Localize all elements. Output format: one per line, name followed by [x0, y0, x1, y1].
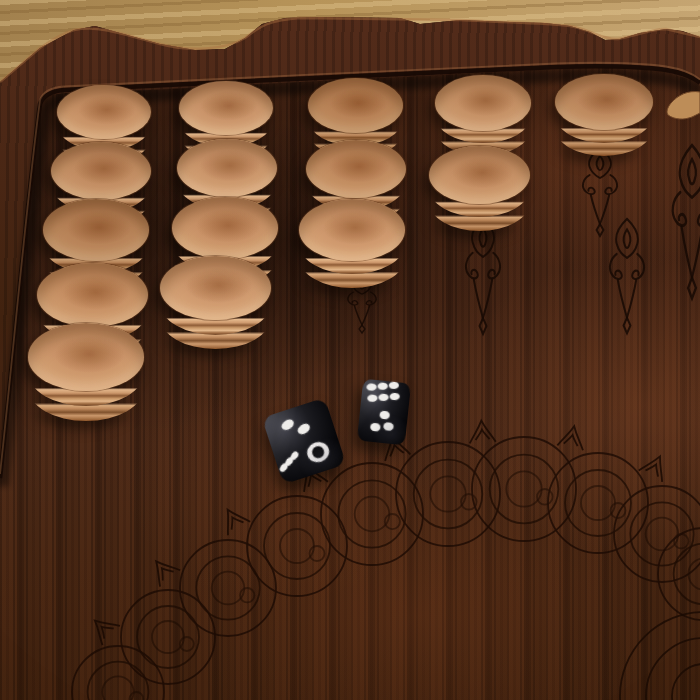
die-pip	[390, 392, 400, 399]
die-pip	[380, 410, 390, 419]
die-pip	[295, 421, 311, 436]
backgammon-photo-stage	[0, 0, 700, 700]
die-pip	[367, 394, 377, 401]
die-pip	[383, 422, 393, 431]
die-pip	[289, 450, 300, 461]
right-die[interactable]	[357, 379, 411, 446]
die-pip	[305, 439, 332, 465]
die-pip	[389, 381, 399, 388]
die-pip	[366, 383, 376, 390]
left-die[interactable]	[262, 398, 346, 485]
die-pip	[370, 423, 380, 432]
die-pip	[378, 382, 388, 389]
die-pip	[278, 462, 289, 473]
die-pip	[279, 417, 295, 432]
die-pip	[378, 393, 388, 400]
dice-layer	[0, 0, 700, 700]
die-pip	[283, 456, 294, 467]
